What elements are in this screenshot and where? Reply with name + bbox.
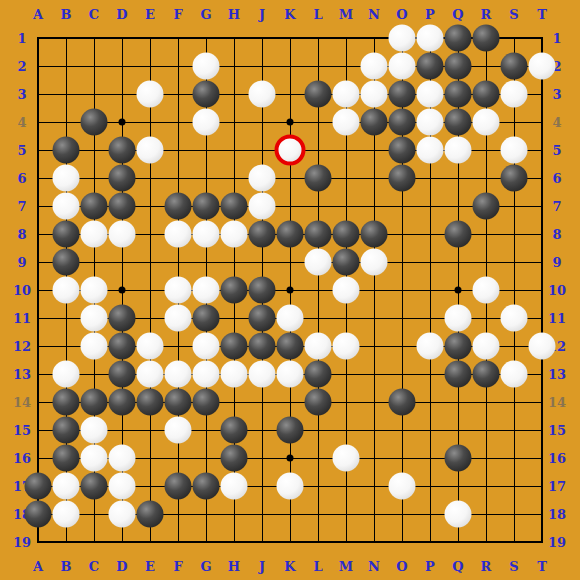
- coordinate-label-bottom: K: [277, 560, 303, 573]
- coordinate-label-top: H: [221, 8, 247, 21]
- coordinate-label-bottom: H: [221, 560, 247, 573]
- stone-black-Q8: [445, 221, 472, 248]
- stone-black-R13: [473, 361, 500, 388]
- stone-white-E5: [137, 137, 164, 164]
- coordinate-label-bottom: S: [501, 560, 527, 573]
- stone-black-J11: [249, 305, 276, 332]
- grid-line-horizontal: [37, 541, 543, 543]
- coordinate-label-right: 9: [544, 256, 570, 269]
- coordinate-label-top: R: [473, 8, 499, 21]
- stone-black-B9: [53, 249, 80, 276]
- coordinate-label-right: 10: [544, 284, 570, 297]
- stone-white-F11: [165, 305, 192, 332]
- coordinate-label-top: N: [361, 8, 387, 21]
- star-point: [119, 119, 126, 126]
- stone-black-O14: [389, 389, 416, 416]
- coordinate-label-bottom: O: [389, 560, 415, 573]
- coordinate-label-right: 11: [544, 312, 570, 325]
- stone-black-E14: [137, 389, 164, 416]
- stone-black-K8: [277, 221, 304, 248]
- coordinate-label-bottom: R: [473, 560, 499, 573]
- stone-black-B8: [53, 221, 80, 248]
- coordinate-label-left: 14: [9, 396, 35, 409]
- coordinate-label-left: 16: [9, 452, 35, 465]
- stone-black-N8: [361, 221, 388, 248]
- stone-black-Q3: [445, 81, 472, 108]
- coordinate-label-bottom: L: [305, 560, 331, 573]
- stone-white-O2: [389, 53, 416, 80]
- stone-white-G2: [193, 53, 220, 80]
- coordinate-label-left: 7: [9, 200, 35, 213]
- coordinate-label-right: 13: [544, 368, 570, 381]
- coordinate-label-bottom: B: [53, 560, 79, 573]
- stone-white-E12: [137, 333, 164, 360]
- stone-black-Q2: [445, 53, 472, 80]
- grid-line-vertical: [541, 37, 543, 543]
- star-point: [287, 119, 294, 126]
- stone-black-C14: [81, 389, 108, 416]
- coordinate-label-left: 10: [9, 284, 35, 297]
- stone-black-B5: [53, 137, 80, 164]
- stone-black-B14: [53, 389, 80, 416]
- grid-line-vertical: [318, 37, 319, 543]
- coordinate-label-top: T: [529, 8, 555, 21]
- coordinate-label-top: D: [109, 8, 135, 21]
- coordinate-label-bottom: F: [165, 560, 191, 573]
- stone-black-S2: [501, 53, 528, 80]
- stone-white-N9: [361, 249, 388, 276]
- coordinate-label-left: 8: [9, 228, 35, 241]
- coordinate-label-right: 3: [544, 88, 570, 101]
- stone-black-R3: [473, 81, 500, 108]
- coordinate-label-left: 19: [9, 536, 35, 549]
- coordinate-label-bottom: A: [25, 560, 51, 573]
- stone-black-P2: [417, 53, 444, 80]
- stone-black-J10: [249, 277, 276, 304]
- coordinate-label-top: G: [193, 8, 219, 21]
- stone-black-H16: [221, 445, 248, 472]
- stone-black-B15: [53, 417, 80, 444]
- stone-black-L14: [305, 389, 332, 416]
- coordinate-label-top: C: [81, 8, 107, 21]
- stone-black-K15: [277, 417, 304, 444]
- coordinate-label-right: 4: [544, 116, 570, 129]
- coordinate-label-left: 11: [9, 312, 35, 325]
- stone-white-P1: [417, 25, 444, 52]
- stone-white-N2: [361, 53, 388, 80]
- stone-black-D11: [109, 305, 136, 332]
- coordinate-label-left: 3: [9, 88, 35, 101]
- stone-white-F13: [165, 361, 192, 388]
- stone-white-B10: [53, 277, 80, 304]
- stone-black-H12: [221, 333, 248, 360]
- stone-black-D14: [109, 389, 136, 416]
- stone-white-J13: [249, 361, 276, 388]
- stone-white-O17: [389, 473, 416, 500]
- stone-black-G17: [193, 473, 220, 500]
- stone-black-G3: [193, 81, 220, 108]
- stone-black-R1: [473, 25, 500, 52]
- go-board[interactable]: AABBCCDDEEFFGGHHJJKKLLMMNNOOPPQQRRSSTT11…: [0, 0, 580, 580]
- coordinate-label-top: P: [417, 8, 443, 21]
- stone-black-O5: [389, 137, 416, 164]
- stone-black-O6: [389, 165, 416, 192]
- stone-white-P4: [417, 109, 444, 136]
- stone-black-A18: [25, 501, 52, 528]
- stone-white-C10: [81, 277, 108, 304]
- coordinate-label-top: K: [277, 8, 303, 21]
- coordinate-label-right: 19: [544, 536, 570, 549]
- coordinate-label-right: 15: [544, 424, 570, 437]
- stone-black-L6: [305, 165, 332, 192]
- coordinate-label-left: 15: [9, 424, 35, 437]
- coordinate-label-top: B: [53, 8, 79, 21]
- stone-white-M10: [333, 277, 360, 304]
- stone-white-R12: [473, 333, 500, 360]
- stone-white-E13: [137, 361, 164, 388]
- stone-black-J12: [249, 333, 276, 360]
- stone-white-D18: [109, 501, 136, 528]
- stone-white-H8: [221, 221, 248, 248]
- grid-line-vertical: [514, 37, 515, 543]
- coordinate-label-right: 1: [544, 32, 570, 45]
- stone-white-G4: [193, 109, 220, 136]
- stone-white-M16: [333, 445, 360, 472]
- last-move-marker: [275, 135, 306, 166]
- coordinate-label-right: 5: [544, 144, 570, 157]
- coordinate-label-right: 16: [544, 452, 570, 465]
- stone-black-L3: [305, 81, 332, 108]
- coordinate-label-bottom: T: [529, 560, 555, 573]
- coordinate-label-right: 17: [544, 480, 570, 493]
- stone-white-N3: [361, 81, 388, 108]
- stone-black-F7: [165, 193, 192, 220]
- stone-white-F10: [165, 277, 192, 304]
- stone-white-P12: [417, 333, 444, 360]
- stone-black-H7: [221, 193, 248, 220]
- coordinate-label-left: 4: [9, 116, 35, 129]
- coordinate-label-left: 13: [9, 368, 35, 381]
- coordinate-label-top: A: [25, 8, 51, 21]
- stone-black-C17: [81, 473, 108, 500]
- stone-black-F14: [165, 389, 192, 416]
- coordinate-label-top: J: [249, 8, 275, 21]
- stone-white-C11: [81, 305, 108, 332]
- stone-black-D12: [109, 333, 136, 360]
- coordinate-label-left: 6: [9, 172, 35, 185]
- coordinate-label-bottom: P: [417, 560, 443, 573]
- stone-white-K13: [277, 361, 304, 388]
- stone-white-C8: [81, 221, 108, 248]
- coordinate-label-bottom: E: [137, 560, 163, 573]
- coordinate-label-bottom: M: [333, 560, 359, 573]
- stone-black-F17: [165, 473, 192, 500]
- stone-black-R7: [473, 193, 500, 220]
- stone-white-P5: [417, 137, 444, 164]
- coordinate-label-right: 14: [544, 396, 570, 409]
- stone-white-Q11: [445, 305, 472, 332]
- coordinate-label-left: 1: [9, 32, 35, 45]
- coordinate-label-bottom: D: [109, 560, 135, 573]
- stone-white-M3: [333, 81, 360, 108]
- stone-white-D17: [109, 473, 136, 500]
- coordinate-label-top: L: [305, 8, 331, 21]
- stone-white-J6: [249, 165, 276, 192]
- stone-white-J3: [249, 81, 276, 108]
- stone-white-C15: [81, 417, 108, 444]
- stone-black-M8: [333, 221, 360, 248]
- stone-black-E18: [137, 501, 164, 528]
- stone-black-Q12: [445, 333, 472, 360]
- stone-white-B17: [53, 473, 80, 500]
- coordinate-label-left: 12: [9, 340, 35, 353]
- stone-black-O4: [389, 109, 416, 136]
- stone-black-Q1: [445, 25, 472, 52]
- stone-black-D5: [109, 137, 136, 164]
- coordinate-label-bottom: Q: [445, 560, 471, 573]
- stone-white-Q18: [445, 501, 472, 528]
- star-point: [455, 287, 462, 294]
- stone-black-Q4: [445, 109, 472, 136]
- coordinate-label-left: 9: [9, 256, 35, 269]
- stone-white-S3: [501, 81, 528, 108]
- stone-black-G11: [193, 305, 220, 332]
- stone-white-H13: [221, 361, 248, 388]
- stone-black-D7: [109, 193, 136, 220]
- stone-white-L9: [305, 249, 332, 276]
- stone-black-Q16: [445, 445, 472, 472]
- stone-white-C16: [81, 445, 108, 472]
- stone-white-F8: [165, 221, 192, 248]
- stone-black-M9: [333, 249, 360, 276]
- stone-black-D6: [109, 165, 136, 192]
- stone-black-D13: [109, 361, 136, 388]
- stone-black-G7: [193, 193, 220, 220]
- stone-white-E3: [137, 81, 164, 108]
- coordinate-label-bottom: J: [249, 560, 275, 573]
- coordinate-label-right: 18: [544, 508, 570, 521]
- stone-black-N4: [361, 109, 388, 136]
- stone-white-S5: [501, 137, 528, 164]
- stone-white-K11: [277, 305, 304, 332]
- stone-white-R4: [473, 109, 500, 136]
- stone-white-D8: [109, 221, 136, 248]
- stone-white-P3: [417, 81, 444, 108]
- coordinate-label-top: O: [389, 8, 415, 21]
- coordinate-label-top: S: [501, 8, 527, 21]
- stone-white-R10: [473, 277, 500, 304]
- stone-white-G13: [193, 361, 220, 388]
- stone-black-J8: [249, 221, 276, 248]
- stone-black-G14: [193, 389, 220, 416]
- coordinate-label-bottom: C: [81, 560, 107, 573]
- stone-white-T12: [529, 333, 556, 360]
- stone-white-J7: [249, 193, 276, 220]
- coordinate-label-left: 5: [9, 144, 35, 157]
- stone-white-H17: [221, 473, 248, 500]
- stone-white-M4: [333, 109, 360, 136]
- coordinate-label-bottom: N: [361, 560, 387, 573]
- stone-white-B7: [53, 193, 80, 220]
- stone-white-L12: [305, 333, 332, 360]
- stone-white-T2: [529, 53, 556, 80]
- stone-black-C4: [81, 109, 108, 136]
- stone-white-S11: [501, 305, 528, 332]
- coordinate-label-left: 2: [9, 60, 35, 73]
- star-point: [119, 287, 126, 294]
- coordinate-label-top: F: [165, 8, 191, 21]
- stone-white-K17: [277, 473, 304, 500]
- stone-white-Q5: [445, 137, 472, 164]
- coordinate-label-top: M: [333, 8, 359, 21]
- coordinate-label-right: 8: [544, 228, 570, 241]
- coordinate-label-right: 7: [544, 200, 570, 213]
- stone-black-L13: [305, 361, 332, 388]
- star-point: [287, 287, 294, 294]
- stone-white-B13: [53, 361, 80, 388]
- stone-black-B16: [53, 445, 80, 472]
- coordinate-label-top: Q: [445, 8, 471, 21]
- stone-white-C12: [81, 333, 108, 360]
- stone-white-G10: [193, 277, 220, 304]
- stone-white-D16: [109, 445, 136, 472]
- stone-white-S13: [501, 361, 528, 388]
- stone-black-K12: [277, 333, 304, 360]
- stone-black-A17: [25, 473, 52, 500]
- coordinate-label-right: 6: [544, 172, 570, 185]
- stone-white-B6: [53, 165, 80, 192]
- stone-black-Q13: [445, 361, 472, 388]
- coordinate-label-top: E: [137, 8, 163, 21]
- stone-black-H15: [221, 417, 248, 444]
- stone-white-F15: [165, 417, 192, 444]
- star-point: [287, 455, 294, 462]
- coordinate-label-bottom: G: [193, 560, 219, 573]
- stone-white-M12: [333, 333, 360, 360]
- stone-white-B18: [53, 501, 80, 528]
- stone-black-L8: [305, 221, 332, 248]
- stone-black-C7: [81, 193, 108, 220]
- stone-black-S6: [501, 165, 528, 192]
- stone-black-O3: [389, 81, 416, 108]
- stone-white-O1: [389, 25, 416, 52]
- stone-white-G12: [193, 333, 220, 360]
- stone-white-G8: [193, 221, 220, 248]
- stone-black-H10: [221, 277, 248, 304]
